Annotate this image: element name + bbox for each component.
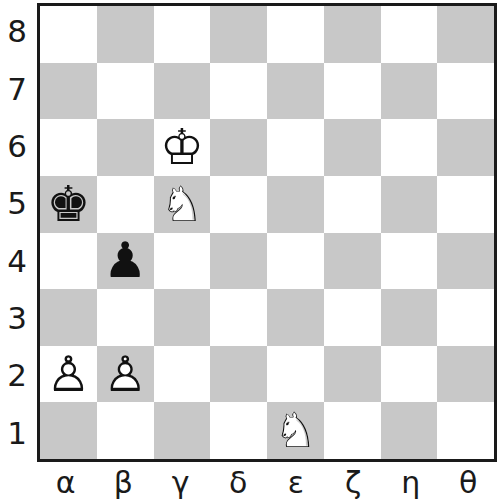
- piece-black-king: ♚: [40, 176, 97, 233]
- square-b1[interactable]: [97, 402, 154, 459]
- square-g3[interactable]: [381, 289, 438, 346]
- file-label-c: γ: [152, 462, 210, 502]
- square-d6[interactable]: [210, 119, 267, 176]
- square-e5[interactable]: [267, 176, 324, 233]
- chess-board: ♚♔♚♞♘♟♟♙♟♙♞♘: [37, 3, 497, 462]
- rank-label-6: 6: [0, 118, 34, 175]
- rank-label-2: 2: [0, 347, 34, 404]
- square-b6[interactable]: [97, 119, 154, 176]
- square-e6[interactable]: [267, 119, 324, 176]
- rank-label-4: 4: [0, 233, 34, 290]
- square-e7[interactable]: [267, 63, 324, 120]
- square-g6[interactable]: [381, 119, 438, 176]
- square-f5[interactable]: [324, 176, 381, 233]
- square-g5[interactable]: [381, 176, 438, 233]
- square-b5[interactable]: [97, 176, 154, 233]
- square-c4[interactable]: [154, 233, 211, 290]
- square-g4[interactable]: [381, 233, 438, 290]
- square-e2[interactable]: [267, 346, 324, 403]
- rank-labels: 87654321: [0, 3, 34, 462]
- file-label-h: θ: [440, 462, 498, 502]
- piece-black-pawn: ♟: [97, 233, 154, 290]
- square-a1[interactable]: [40, 402, 97, 459]
- piece-white-knight: ♞♘: [267, 402, 324, 459]
- square-f2[interactable]: [324, 346, 381, 403]
- white-king-glyph: ♔: [160, 123, 204, 172]
- square-g7[interactable]: [381, 63, 438, 120]
- square-b4[interactable]: ♟: [97, 233, 154, 290]
- rank-label-8: 8: [0, 3, 34, 60]
- square-d7[interactable]: [210, 63, 267, 120]
- rank-label-3: 3: [0, 290, 34, 347]
- file-label-g: η: [382, 462, 440, 502]
- piece-white-pawn: ♟♙: [97, 346, 154, 403]
- file-label-f: ζ: [325, 462, 383, 502]
- square-a6[interactable]: [40, 119, 97, 176]
- square-h6[interactable]: [437, 119, 494, 176]
- white-knight-glyph: ♘: [160, 180, 204, 229]
- square-b2[interactable]: ♟♙: [97, 346, 154, 403]
- square-c1[interactable]: [154, 402, 211, 459]
- square-a2[interactable]: ♟♙: [40, 346, 97, 403]
- square-h4[interactable]: [437, 233, 494, 290]
- square-f7[interactable]: [324, 63, 381, 120]
- square-h1[interactable]: [437, 402, 494, 459]
- square-d4[interactable]: [210, 233, 267, 290]
- square-a5[interactable]: ♚: [40, 176, 97, 233]
- square-g8[interactable]: [381, 6, 438, 63]
- square-h2[interactable]: [437, 346, 494, 403]
- rank-label-1: 1: [0, 405, 34, 462]
- square-b3[interactable]: [97, 289, 154, 346]
- black-king-glyph: ♚: [46, 180, 90, 229]
- square-d2[interactable]: [210, 346, 267, 403]
- square-e8[interactable]: [267, 6, 324, 63]
- square-c5[interactable]: ♞♘: [154, 176, 211, 233]
- square-e1[interactable]: ♞♘: [267, 402, 324, 459]
- rank-label-7: 7: [0, 60, 34, 117]
- white-pawn-glyph: ♙: [46, 350, 90, 399]
- square-d3[interactable]: [210, 289, 267, 346]
- square-f3[interactable]: [324, 289, 381, 346]
- file-labels: αβγδεζηθ: [37, 462, 497, 502]
- white-pawn-glyph: ♙: [103, 350, 147, 399]
- square-f1[interactable]: [324, 402, 381, 459]
- square-f8[interactable]: [324, 6, 381, 63]
- square-c7[interactable]: [154, 63, 211, 120]
- square-d8[interactable]: [210, 6, 267, 63]
- piece-white-knight: ♞♘: [154, 176, 211, 233]
- piece-white-king: ♚♔: [154, 119, 211, 176]
- black-pawn-glyph: ♟: [103, 236, 147, 285]
- square-h5[interactable]: [437, 176, 494, 233]
- white-knight-glyph: ♘: [273, 406, 317, 455]
- square-h7[interactable]: [437, 63, 494, 120]
- square-c2[interactable]: [154, 346, 211, 403]
- square-g1[interactable]: [381, 402, 438, 459]
- rank-label-5: 5: [0, 175, 34, 232]
- file-label-e: ε: [267, 462, 325, 502]
- square-g2[interactable]: [381, 346, 438, 403]
- file-label-a: α: [37, 462, 95, 502]
- square-c6[interactable]: ♚♔: [154, 119, 211, 176]
- square-c3[interactable]: [154, 289, 211, 346]
- file-label-b: β: [95, 462, 153, 502]
- piece-white-pawn: ♟♙: [40, 346, 97, 403]
- square-d1[interactable]: [210, 402, 267, 459]
- square-h8[interactable]: [437, 6, 494, 63]
- square-a3[interactable]: [40, 289, 97, 346]
- square-a4[interactable]: [40, 233, 97, 290]
- square-a7[interactable]: [40, 63, 97, 120]
- square-h3[interactable]: [437, 289, 494, 346]
- square-a8[interactable]: [40, 6, 97, 63]
- square-e4[interactable]: [267, 233, 324, 290]
- square-b8[interactable]: [97, 6, 154, 63]
- square-e3[interactable]: [267, 289, 324, 346]
- square-f6[interactable]: [324, 119, 381, 176]
- square-f4[interactable]: [324, 233, 381, 290]
- square-d5[interactable]: [210, 176, 267, 233]
- chess-diagram: 87654321 ♚♔♚♞♘♟♟♙♟♙♞♘ αβγδεζηθ: [0, 0, 499, 502]
- square-b7[interactable]: [97, 63, 154, 120]
- file-label-d: δ: [210, 462, 268, 502]
- square-c8[interactable]: [154, 6, 211, 63]
